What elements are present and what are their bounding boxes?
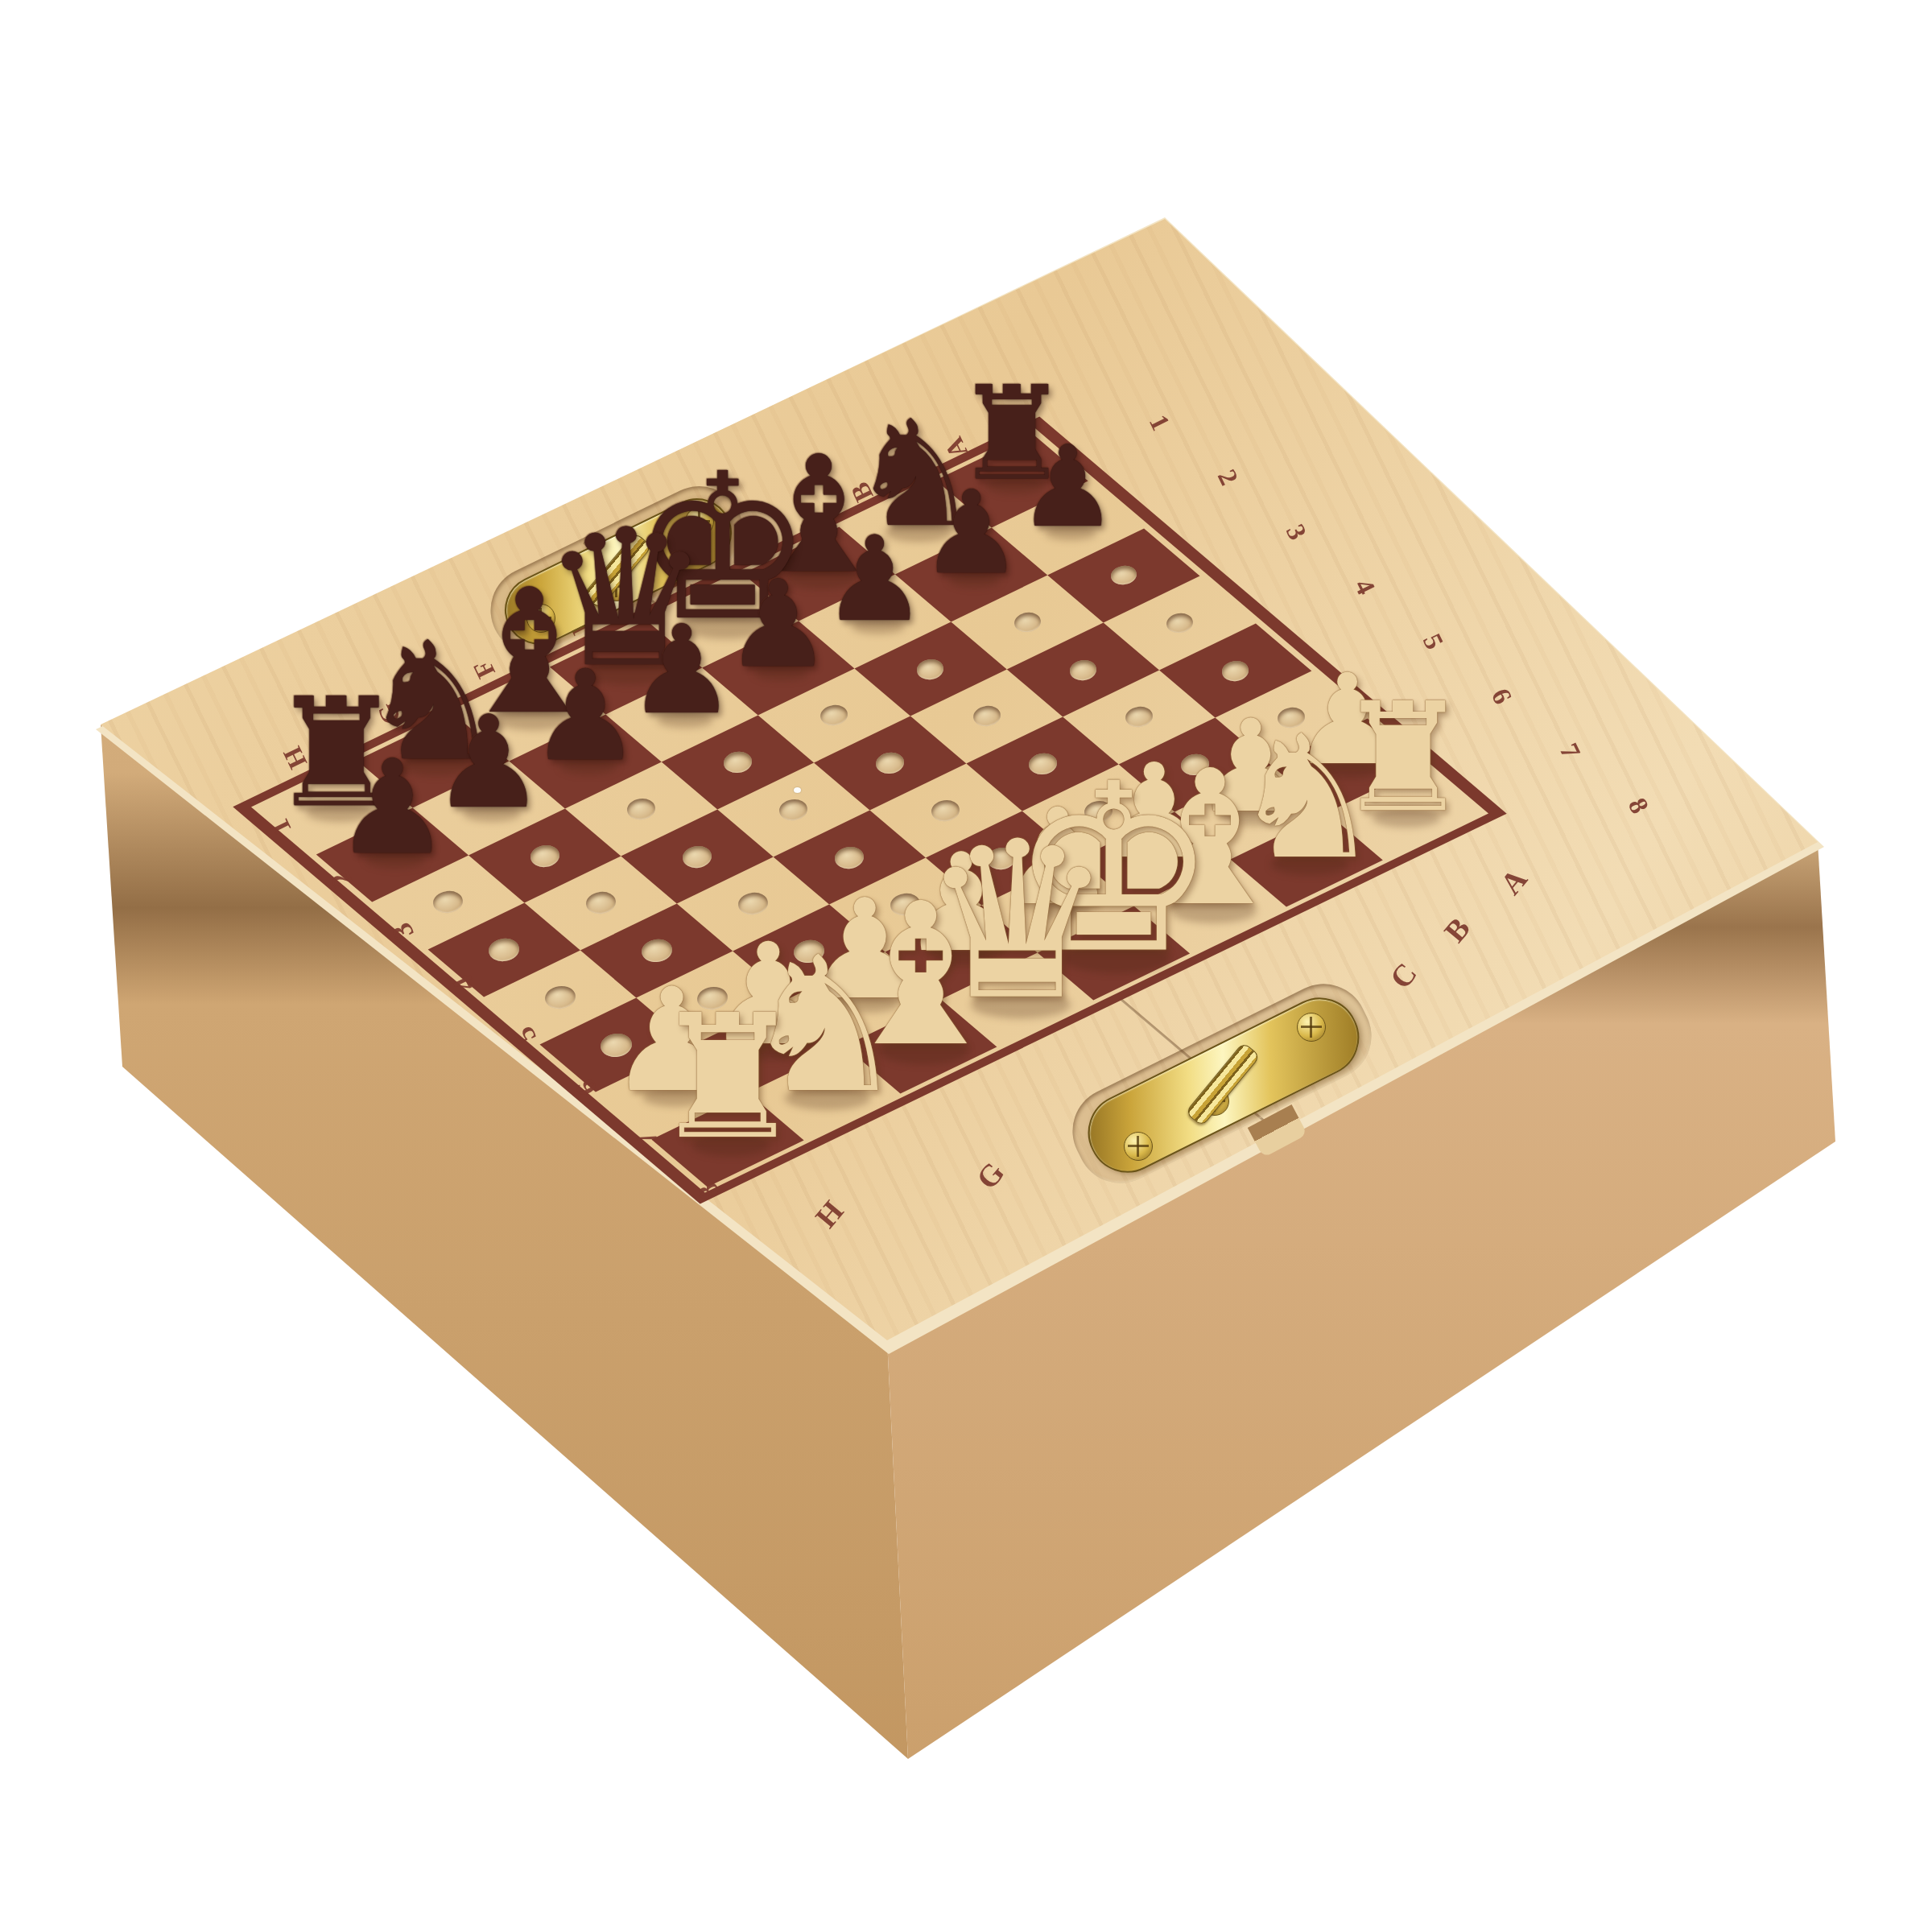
dark-pawn-glyph: ♟ (1018, 431, 1118, 543)
right-hinge-screw (1124, 1132, 1153, 1161)
dark-pawn-glyph: ♟ (822, 521, 927, 638)
right-hinge-screw (1297, 1013, 1326, 1042)
product-photo-scene: ABCDEFGHABCDEFGH1234567812345678♜♞♟♝♟♚♟♛… (0, 0, 1932, 1932)
dark-pawn-glyph: ♟ (724, 565, 832, 685)
dark-pawn-glyph: ♟ (920, 476, 1023, 591)
dark-pawn-glyph: ♟ (627, 609, 737, 732)
dark-pawn-glyph: ♟ (334, 743, 451, 873)
dark-pawn-glyph: ♟ (530, 654, 642, 778)
light-rook-glyph: ♜ (651, 993, 805, 1164)
paint-chip (794, 787, 801, 793)
